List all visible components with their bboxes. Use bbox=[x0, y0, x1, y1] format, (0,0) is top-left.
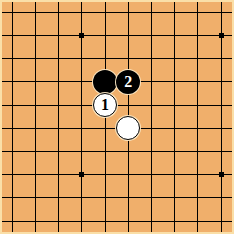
star-point bbox=[79, 33, 84, 38]
grid-line-horizontal-1 bbox=[2, 12, 232, 13]
go-board-diagram: 21 bbox=[0, 0, 234, 234]
grid-line-horizontal-8 bbox=[2, 174, 232, 175]
star-point bbox=[79, 172, 84, 177]
white-stone-move-1: 1 bbox=[93, 93, 117, 117]
black-stone bbox=[93, 70, 117, 94]
black-stone-move-2: 2 bbox=[116, 70, 140, 94]
grid-line-horizontal-2 bbox=[2, 35, 232, 36]
move-number-label: 2 bbox=[124, 74, 132, 90]
grid-line-horizontal-10 bbox=[2, 221, 232, 222]
star-point bbox=[219, 172, 224, 177]
star-point bbox=[219, 33, 224, 38]
grid-line-horizontal-9 bbox=[2, 197, 232, 198]
grid-line-horizontal-7 bbox=[2, 151, 232, 152]
white-stone bbox=[116, 116, 140, 140]
move-number-label: 1 bbox=[101, 97, 109, 113]
grid-line-horizontal-3 bbox=[2, 58, 232, 59]
